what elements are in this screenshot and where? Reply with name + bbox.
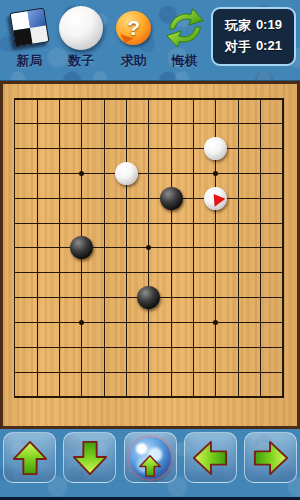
board-cell-j12[interactable] xyxy=(205,360,227,385)
new-game-button[interactable]: 新局 xyxy=(7,4,51,78)
board-cell-f1[interactable] xyxy=(115,87,137,112)
board-cell-d9[interactable] xyxy=(71,285,93,310)
undo-label: 悔棋 xyxy=(172,52,198,70)
board-cell-d3[interactable] xyxy=(71,136,93,161)
question-mark: ? xyxy=(127,17,140,38)
board-cell-h8[interactable] xyxy=(160,260,182,285)
undo-arrows-icon xyxy=(162,6,208,50)
board-cell-h12[interactable] xyxy=(160,360,182,385)
board-cell-i13[interactable] xyxy=(182,385,204,410)
board-cell-a2[interactable] xyxy=(4,111,26,136)
board-cell-b5[interactable] xyxy=(26,186,48,211)
board-cell-e6[interactable] xyxy=(93,211,115,236)
board-cell-c12[interactable] xyxy=(48,360,70,385)
board-cell-h5[interactable] xyxy=(160,186,182,211)
last-move-marker xyxy=(213,193,225,207)
board-cell-g5[interactable] xyxy=(138,186,160,211)
board-cell-k4[interactable] xyxy=(227,161,249,186)
board-cell-m7[interactable] xyxy=(272,236,294,261)
board-cell-k7[interactable] xyxy=(227,236,249,261)
board-cell-a12[interactable] xyxy=(4,360,26,385)
board-cell-b2[interactable] xyxy=(26,111,48,136)
white-stone-icon xyxy=(59,6,103,50)
top-toolbar: 新局 数子 ? 求助 悔棋 xyxy=(0,0,300,81)
board-cell-f5[interactable] xyxy=(115,186,137,211)
arrow-right-icon xyxy=(252,439,290,477)
board-cell-g13[interactable] xyxy=(138,385,160,410)
board-cell-e9[interactable] xyxy=(93,285,115,310)
board-cell-i8[interactable] xyxy=(182,260,204,285)
board-cell-j3[interactable] xyxy=(205,136,227,161)
board-cell-m12[interactable] xyxy=(272,360,294,385)
board-cell-m9[interactable] xyxy=(272,285,294,310)
board-cell-b1[interactable] xyxy=(26,87,48,112)
board-cell-m5[interactable] xyxy=(272,186,294,211)
board-cell-d8[interactable] xyxy=(71,260,93,285)
board-cell-c8[interactable] xyxy=(48,260,70,285)
board-cell-c7[interactable] xyxy=(48,236,70,261)
board-cell-g7[interactable] xyxy=(138,236,160,261)
online-globe-button[interactable] xyxy=(124,432,177,483)
board-cell-j5[interactable] xyxy=(205,186,227,211)
board-cell-l11[interactable] xyxy=(249,335,271,360)
board-cell-f10[interactable] xyxy=(115,310,137,335)
board-cell-h10[interactable] xyxy=(160,310,182,335)
board-cell-f11[interactable] xyxy=(115,335,137,360)
white-stone xyxy=(204,187,227,210)
board-cell-m10[interactable] xyxy=(272,310,294,335)
board-cell-m8[interactable] xyxy=(272,260,294,285)
board-cell-a3[interactable] xyxy=(4,136,26,161)
board-cell-d4[interactable] xyxy=(71,161,93,186)
board-cell-i4[interactable] xyxy=(182,161,204,186)
board-cell-j13[interactable] xyxy=(205,385,227,410)
board-cell-h4[interactable] xyxy=(160,161,182,186)
board-cell-i11[interactable] xyxy=(182,335,204,360)
board-cell-e3[interactable] xyxy=(93,136,115,161)
board-cell-g9[interactable] xyxy=(138,285,160,310)
board-cell-m6[interactable] xyxy=(272,211,294,236)
board-cell-a6[interactable] xyxy=(4,211,26,236)
board-cell-d2[interactable] xyxy=(71,111,93,136)
board-cell-f13[interactable] xyxy=(115,385,137,410)
board-cell-m4[interactable] xyxy=(272,161,294,186)
board-cell-g1[interactable] xyxy=(138,87,160,112)
board-cell-g2[interactable] xyxy=(138,111,160,136)
board-cell-g4[interactable] xyxy=(138,161,160,186)
board-cell-j2[interactable] xyxy=(205,111,227,136)
globe-icon xyxy=(129,437,171,479)
board-cell-d1[interactable] xyxy=(71,87,93,112)
board-cell-c6[interactable] xyxy=(48,211,70,236)
undo-button[interactable]: 悔棋 xyxy=(159,4,211,78)
board-cell-b8[interactable] xyxy=(26,260,48,285)
board-cell-j10[interactable] xyxy=(205,310,227,335)
board-cell-k8[interactable] xyxy=(227,260,249,285)
board-cell-j1[interactable] xyxy=(205,87,227,112)
board-cell-g3[interactable] xyxy=(138,136,160,161)
go-board xyxy=(0,81,300,429)
black-stone xyxy=(137,286,160,309)
black-stone xyxy=(160,187,183,210)
star-point xyxy=(213,171,218,176)
opponent-timer: 对手 0:21 xyxy=(218,38,289,56)
board-cell-k13[interactable] xyxy=(227,385,249,410)
board-cell-j7[interactable] xyxy=(205,236,227,261)
board-cell-k9[interactable] xyxy=(227,285,249,310)
board-cell-m2[interactable] xyxy=(272,111,294,136)
board-cell-c10[interactable] xyxy=(48,310,70,335)
board-cell-k5[interactable] xyxy=(227,186,249,211)
board-cell-h11[interactable] xyxy=(160,335,182,360)
board-cell-e12[interactable] xyxy=(93,360,115,385)
board-cell-f3[interactable] xyxy=(115,136,137,161)
board-cell-d13[interactable] xyxy=(71,385,93,410)
question-bubble-icon: ? xyxy=(116,11,151,45)
board-cell-d12[interactable] xyxy=(71,360,93,385)
board-cell-h2[interactable] xyxy=(160,111,182,136)
board-cell-m13[interactable] xyxy=(272,385,294,410)
board-cell-l9[interactable] xyxy=(249,285,271,310)
board-cell-d10[interactable] xyxy=(71,310,93,335)
board-cell-d6[interactable] xyxy=(71,211,93,236)
board-cell-i9[interactable] xyxy=(182,285,204,310)
board-cell-h1[interactable] xyxy=(160,87,182,112)
board-cell-i6[interactable] xyxy=(182,211,204,236)
board-cell-j9[interactable] xyxy=(205,285,227,310)
board-cell-j11[interactable] xyxy=(205,335,227,360)
app-screen: 新局 数子 ? 求助 悔棋 xyxy=(0,0,300,500)
board-cell-k11[interactable] xyxy=(227,335,249,360)
board-cell-l13[interactable] xyxy=(249,385,271,410)
player-time: 0:19 xyxy=(256,17,282,35)
board-cell-a13[interactable] xyxy=(4,385,26,410)
board-cell-h9[interactable] xyxy=(160,285,182,310)
board-cell-e1[interactable] xyxy=(93,87,115,112)
board-cell-e10[interactable] xyxy=(93,310,115,335)
board-cell-a8[interactable] xyxy=(4,260,26,285)
board-cell-b4[interactable] xyxy=(26,161,48,186)
board-cell-m11[interactable] xyxy=(272,335,294,360)
nav-up-button[interactable] xyxy=(3,432,56,483)
board-cell-f8[interactable] xyxy=(115,260,137,285)
arrow-down-icon xyxy=(71,439,109,477)
star-point xyxy=(79,171,84,176)
board-cell-a1[interactable] xyxy=(4,87,26,112)
board-cell-a10[interactable] xyxy=(4,310,26,335)
board-cell-b9[interactable] xyxy=(26,285,48,310)
board-cell-b7[interactable] xyxy=(26,236,48,261)
star-point xyxy=(213,320,218,325)
count-stones-button[interactable]: 数子 xyxy=(58,4,104,78)
board-cell-a4[interactable] xyxy=(4,161,26,186)
board-cell-h3[interactable] xyxy=(160,136,182,161)
new-game-label: 新局 xyxy=(16,52,42,70)
count-stones-label: 数子 xyxy=(68,52,94,70)
board-cell-l8[interactable] xyxy=(249,260,271,285)
board-cell-h13[interactable] xyxy=(160,385,182,410)
board-cell-i2[interactable] xyxy=(182,111,204,136)
board-cell-j8[interactable] xyxy=(205,260,227,285)
board-cell-i7[interactable] xyxy=(182,236,204,261)
board-cell-l3[interactable] xyxy=(249,136,271,161)
board-cell-k1[interactable] xyxy=(227,87,249,112)
player-timer: 玩家 0:19 xyxy=(218,17,289,35)
board-cell-c5[interactable] xyxy=(48,186,70,211)
board-cell-e8[interactable] xyxy=(93,260,115,285)
board-cell-l7[interactable] xyxy=(249,236,271,261)
timer-panel: 玩家 0:19 对手 0:21 xyxy=(211,7,296,66)
board-cell-e2[interactable] xyxy=(93,111,115,136)
board-cell-e5[interactable] xyxy=(93,186,115,211)
globe-up-arrow-icon xyxy=(138,454,162,478)
board-cell-c2[interactable] xyxy=(48,111,70,136)
board-cell-k6[interactable] xyxy=(227,211,249,236)
board-cell-k12[interactable] xyxy=(227,360,249,385)
board-cell-g10[interactable] xyxy=(138,310,160,335)
board-cell-f2[interactable] xyxy=(115,111,137,136)
board-cell-a11[interactable] xyxy=(4,335,26,360)
board-cell-m1[interactable] xyxy=(272,87,294,112)
board-cell-e4[interactable] xyxy=(93,161,115,186)
board-cell-i1[interactable] xyxy=(182,87,204,112)
board-cell-b6[interactable] xyxy=(26,211,48,236)
board-cell-f4[interactable] xyxy=(115,161,137,186)
help-button[interactable]: ? 求助 xyxy=(113,4,153,78)
board-cell-c11[interactable] xyxy=(48,335,70,360)
board-cell-l6[interactable] xyxy=(249,211,271,236)
board-cell-g11[interactable] xyxy=(138,335,160,360)
board-cell-a9[interactable] xyxy=(4,285,26,310)
board-cell-i10[interactable] xyxy=(182,310,204,335)
board-cell-l2[interactable] xyxy=(249,111,271,136)
board-cell-e11[interactable] xyxy=(93,335,115,360)
board-grid[interactable] xyxy=(4,87,294,410)
board-cell-b13[interactable] xyxy=(26,385,48,410)
nav-left-button[interactable] xyxy=(184,432,237,483)
nav-down-button[interactable] xyxy=(63,432,116,483)
board-cell-l1[interactable] xyxy=(249,87,271,112)
board-cell-b3[interactable] xyxy=(26,136,48,161)
white-stone xyxy=(204,137,227,160)
board-cell-l12[interactable] xyxy=(249,360,271,385)
board-cube-icon xyxy=(9,7,49,47)
nav-right-button[interactable] xyxy=(244,432,297,483)
board-cell-b10[interactable] xyxy=(26,310,48,335)
board-cell-d7[interactable] xyxy=(71,236,93,261)
board-cell-f7[interactable] xyxy=(115,236,137,261)
board-cell-c13[interactable] xyxy=(48,385,70,410)
board-cell-b11[interactable] xyxy=(26,335,48,360)
board-cell-f12[interactable] xyxy=(115,360,137,385)
board-cell-j6[interactable] xyxy=(205,211,227,236)
board-cell-l5[interactable] xyxy=(249,186,271,211)
arrow-left-icon xyxy=(191,439,229,477)
board-cell-e7[interactable] xyxy=(93,236,115,261)
board-cell-c4[interactable] xyxy=(48,161,70,186)
board-cell-j4[interactable] xyxy=(205,161,227,186)
black-stone xyxy=(70,236,93,259)
opponent-time: 0:21 xyxy=(256,38,282,56)
player-label: 玩家 xyxy=(225,17,251,35)
board-cell-l10[interactable] xyxy=(249,310,271,335)
star-point xyxy=(146,245,151,250)
board-cell-d5[interactable] xyxy=(71,186,93,211)
board-cell-b12[interactable] xyxy=(26,360,48,385)
white-stone xyxy=(115,162,138,185)
board-cell-e13[interactable] xyxy=(93,385,115,410)
arrow-up-icon xyxy=(11,439,49,477)
board-cell-d11[interactable] xyxy=(71,335,93,360)
opponent-label: 对手 xyxy=(225,38,251,56)
star-point xyxy=(79,320,84,325)
board-cell-h7[interactable] xyxy=(160,236,182,261)
board-cell-g6[interactable] xyxy=(138,211,160,236)
board-cell-c9[interactable] xyxy=(48,285,70,310)
board-cell-m3[interactable] xyxy=(272,136,294,161)
board-cell-g12[interactable] xyxy=(138,360,160,385)
board-cell-f6[interactable] xyxy=(115,211,137,236)
board-cell-h6[interactable] xyxy=(160,211,182,236)
board-cell-i12[interactable] xyxy=(182,360,204,385)
help-label: 求助 xyxy=(121,52,147,70)
board-cell-i3[interactable] xyxy=(182,136,204,161)
board-cell-c1[interactable] xyxy=(48,87,70,112)
board-cell-f9[interactable] xyxy=(115,285,137,310)
board-cell-a5[interactable] xyxy=(4,186,26,211)
board-cell-k2[interactable] xyxy=(227,111,249,136)
board-cell-k3[interactable] xyxy=(227,136,249,161)
board-cell-k10[interactable] xyxy=(227,310,249,335)
board-cell-a7[interactable] xyxy=(4,236,26,261)
board-cell-g8[interactable] xyxy=(138,260,160,285)
board-cell-i5[interactable] xyxy=(182,186,204,211)
board-cell-l4[interactable] xyxy=(249,161,271,186)
bottom-toolbar xyxy=(0,429,300,500)
board-cell-c3[interactable] xyxy=(48,136,70,161)
